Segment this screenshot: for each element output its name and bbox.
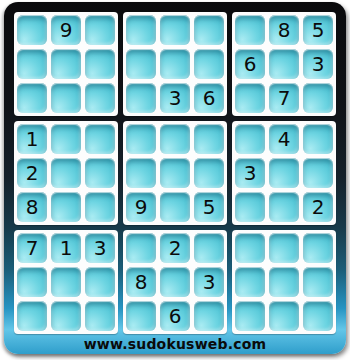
- cell-r2c1[interactable]: [17, 49, 47, 79]
- cell-r1c7[interactable]: [235, 15, 265, 45]
- cell-r6c8[interactable]: [269, 192, 299, 222]
- cell-r2c4[interactable]: [126, 49, 156, 79]
- box-r1c3: 85637: [232, 12, 336, 116]
- cell-r4c3[interactable]: [85, 124, 115, 154]
- box-r1c1: 9: [14, 12, 118, 116]
- cell-r6c9: 2: [303, 192, 333, 222]
- cell-r1c9: 5: [303, 15, 333, 45]
- cell-r8c5[interactable]: [160, 267, 190, 297]
- cell-r6c6: 5: [194, 192, 224, 222]
- box-r2c2: 95: [123, 121, 227, 225]
- cell-r7c1: 7: [17, 233, 47, 263]
- cell-r4c8: 4: [269, 124, 299, 154]
- cell-r7c8[interactable]: [269, 233, 299, 263]
- box-r3c3: [232, 230, 336, 334]
- cell-r5c7: 3: [235, 158, 265, 188]
- cell-r3c6: 6: [194, 83, 224, 113]
- cell-r9c1[interactable]: [17, 301, 47, 331]
- cell-r7c5: 2: [160, 233, 190, 263]
- sudoku-board: 93685637128954327132836 www.sudokusweb.c…: [4, 2, 346, 354]
- cell-r8c3[interactable]: [85, 267, 115, 297]
- cell-r3c5: 3: [160, 83, 190, 113]
- cell-r4c2[interactable]: [51, 124, 81, 154]
- cell-r9c3[interactable]: [85, 301, 115, 331]
- sudoku-grid: 93685637128954327132836: [14, 12, 336, 334]
- cell-r9c6[interactable]: [194, 301, 224, 331]
- cell-r3c9[interactable]: [303, 83, 333, 113]
- box-r1c2: 36: [123, 12, 227, 116]
- cell-r3c3[interactable]: [85, 83, 115, 113]
- cell-r5c9[interactable]: [303, 158, 333, 188]
- cell-r1c2: 9: [51, 15, 81, 45]
- box-r2c1: 128: [14, 121, 118, 225]
- cell-r8c6: 3: [194, 267, 224, 297]
- cell-r9c9[interactable]: [303, 301, 333, 331]
- cell-r3c4[interactable]: [126, 83, 156, 113]
- cell-r7c9[interactable]: [303, 233, 333, 263]
- cell-r1c3[interactable]: [85, 15, 115, 45]
- cell-r3c2[interactable]: [51, 83, 81, 113]
- cell-r8c4: 8: [126, 267, 156, 297]
- cell-r4c5[interactable]: [160, 124, 190, 154]
- cell-r6c7[interactable]: [235, 192, 265, 222]
- cell-r2c9: 3: [303, 49, 333, 79]
- cell-r2c6[interactable]: [194, 49, 224, 79]
- cell-r2c7: 6: [235, 49, 265, 79]
- cell-r7c7[interactable]: [235, 233, 265, 263]
- cell-r1c4[interactable]: [126, 15, 156, 45]
- cell-r5c1: 2: [17, 158, 47, 188]
- cell-r4c9[interactable]: [303, 124, 333, 154]
- cell-r1c8: 8: [269, 15, 299, 45]
- cell-r6c4: 9: [126, 192, 156, 222]
- cell-r3c8: 7: [269, 83, 299, 113]
- cell-r5c6[interactable]: [194, 158, 224, 188]
- cell-r6c2[interactable]: [51, 192, 81, 222]
- cell-r7c6[interactable]: [194, 233, 224, 263]
- cell-r1c6[interactable]: [194, 15, 224, 45]
- cell-r4c7[interactable]: [235, 124, 265, 154]
- box-r2c3: 432: [232, 121, 336, 225]
- box-r3c1: 713: [14, 230, 118, 334]
- cell-r3c1[interactable]: [17, 83, 47, 113]
- cell-r6c5[interactable]: [160, 192, 190, 222]
- cell-r9c5: 6: [160, 301, 190, 331]
- cell-r1c1[interactable]: [17, 15, 47, 45]
- cell-r5c2[interactable]: [51, 158, 81, 188]
- cell-r9c4[interactable]: [126, 301, 156, 331]
- cell-r2c5[interactable]: [160, 49, 190, 79]
- cell-r7c4[interactable]: [126, 233, 156, 263]
- cell-r6c3[interactable]: [85, 192, 115, 222]
- cell-r8c1[interactable]: [17, 267, 47, 297]
- cell-r5c4[interactable]: [126, 158, 156, 188]
- cell-r8c8[interactable]: [269, 267, 299, 297]
- site-link[interactable]: www.sudokusweb.com: [14, 334, 336, 354]
- cell-r8c9[interactable]: [303, 267, 333, 297]
- cell-r9c7[interactable]: [235, 301, 265, 331]
- cell-r5c5[interactable]: [160, 158, 190, 188]
- cell-r8c2[interactable]: [51, 267, 81, 297]
- cell-r4c6[interactable]: [194, 124, 224, 154]
- cell-r1c5[interactable]: [160, 15, 190, 45]
- cell-r2c2[interactable]: [51, 49, 81, 79]
- cell-r5c3[interactable]: [85, 158, 115, 188]
- cell-r6c1: 8: [17, 192, 47, 222]
- cell-r9c8[interactable]: [269, 301, 299, 331]
- cell-r2c3[interactable]: [85, 49, 115, 79]
- cell-r4c4[interactable]: [126, 124, 156, 154]
- cell-r4c1: 1: [17, 124, 47, 154]
- cell-r7c2: 1: [51, 233, 81, 263]
- cell-r5c8[interactable]: [269, 158, 299, 188]
- cell-r7c3: 3: [85, 233, 115, 263]
- box-r3c2: 2836: [123, 230, 227, 334]
- cell-r3c7[interactable]: [235, 83, 265, 113]
- cell-r9c2[interactable]: [51, 301, 81, 331]
- cell-r8c7[interactable]: [235, 267, 265, 297]
- cell-r2c8[interactable]: [269, 49, 299, 79]
